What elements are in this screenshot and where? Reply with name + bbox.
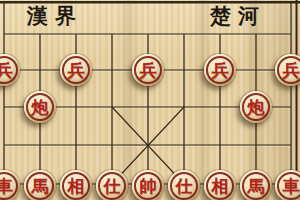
piece-e1-red-general[interactable]: 帥 bbox=[132, 170, 164, 200]
piece-c1-red-elephant[interactable]: 相 bbox=[60, 170, 92, 200]
piece-i1-red-chariot[interactable]: 車 bbox=[275, 170, 300, 200]
pieces-layer: 兵兵兵兵兵炮炮車馬相仕帥仕相馬車 bbox=[0, 0, 300, 200]
piece-b3-red-cannon[interactable]: 炮 bbox=[24, 91, 56, 123]
piece-g4-red-soldier[interactable]: 兵 bbox=[204, 54, 236, 86]
piece-d1-red-advisor[interactable]: 仕 bbox=[96, 170, 128, 200]
piece-glyph: 帥 bbox=[140, 178, 157, 195]
piece-b1-red-horse[interactable]: 馬 bbox=[24, 170, 56, 200]
piece-glyph: 兵 bbox=[283, 62, 300, 79]
piece-h1-red-horse[interactable]: 馬 bbox=[240, 170, 272, 200]
piece-c4-red-soldier[interactable]: 兵 bbox=[60, 54, 92, 86]
piece-a1-red-chariot[interactable]: 車 bbox=[0, 170, 20, 200]
piece-glyph: 兵 bbox=[68, 62, 85, 79]
piece-glyph: 仕 bbox=[104, 178, 121, 195]
piece-glyph: 相 bbox=[68, 178, 85, 195]
piece-glyph: 炮 bbox=[248, 99, 265, 116]
piece-glyph: 兵 bbox=[0, 62, 13, 79]
piece-glyph: 仕 bbox=[176, 178, 193, 195]
piece-f1-red-advisor[interactable]: 仕 bbox=[168, 170, 200, 200]
piece-glyph: 兵 bbox=[212, 62, 229, 79]
piece-glyph: 炮 bbox=[32, 99, 49, 116]
piece-glyph: 車 bbox=[283, 178, 300, 195]
piece-h3-red-cannon[interactable]: 炮 bbox=[240, 91, 272, 123]
piece-glyph: 馬 bbox=[248, 178, 265, 195]
piece-a4-red-soldier[interactable]: 兵 bbox=[0, 54, 20, 86]
xiangqi-board[interactable]: 漢界 楚河 兵兵兵兵兵炮炮車馬相仕帥仕相馬車 bbox=[0, 0, 300, 200]
piece-g1-red-elephant[interactable]: 相 bbox=[204, 170, 236, 200]
piece-glyph: 兵 bbox=[140, 62, 157, 79]
piece-glyph: 相 bbox=[212, 178, 229, 195]
piece-e4-red-soldier[interactable]: 兵 bbox=[132, 54, 164, 86]
piece-glyph: 車 bbox=[0, 178, 13, 195]
piece-glyph: 馬 bbox=[32, 178, 49, 195]
piece-i4-red-soldier[interactable]: 兵 bbox=[275, 54, 300, 86]
